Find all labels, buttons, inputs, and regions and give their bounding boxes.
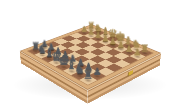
piece-black-pawn: ♟ bbox=[130, 47, 144, 56]
brass-clasp-icon bbox=[128, 70, 132, 76]
square-h1: ♜ bbox=[79, 76, 97, 85]
product-photo: ♜♞♝♛♚♝♞♜♟♟♟♟♟♟♟♟♟♟♟♟♟♟♟♟♜♞♝♛♚♝♞♜ bbox=[0, 0, 175, 105]
piece-white-rook: ♜ bbox=[80, 69, 96, 80]
photo-scene: ♜♞♝♛♚♝♞♜♟♟♟♟♟♟♟♟♟♟♟♟♟♟♟♟♜♞♝♛♚♝♞♜ bbox=[0, 0, 175, 105]
